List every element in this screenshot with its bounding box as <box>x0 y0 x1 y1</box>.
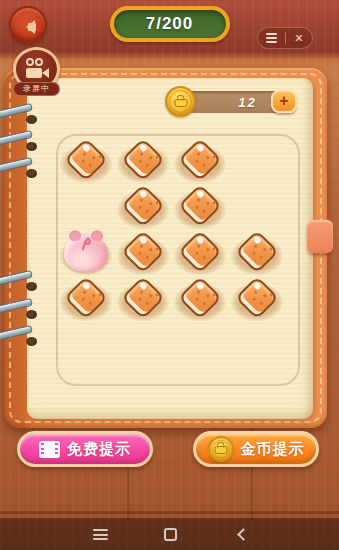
cell-r3c4[interactable] <box>228 230 285 276</box>
wood-seam <box>0 511 339 514</box>
spiral-ring <box>0 303 42 321</box>
notebook-strap <box>307 220 333 253</box>
coin-hint-button[interactable]: 金币提示 <box>193 431 319 467</box>
add-coins-button[interactable]: + <box>271 90 297 113</box>
progress-counter: 7/200 <box>110 6 230 42</box>
spiral-ring <box>0 275 42 293</box>
cell-r2c3[interactable] <box>171 184 228 230</box>
gold-coin-icon <box>208 436 234 462</box>
game-screen: 7/200 ✕ 录屏中 12 + 免费提示 金币提示 <box>0 0 339 550</box>
cell-r2c1 <box>57 184 114 230</box>
cell-r4c4[interactable] <box>228 276 285 322</box>
cell-r1c1[interactable] <box>57 138 114 184</box>
free-hint-label: 免费提示 <box>67 440 131 459</box>
cell-r1c2[interactable] <box>114 138 171 184</box>
puzzle-grid <box>57 138 285 322</box>
spiral-ring <box>0 135 42 153</box>
recent-apps-icon[interactable] <box>93 529 108 540</box>
free-hint-button[interactable]: 免费提示 <box>17 431 153 467</box>
more-menu-icon[interactable] <box>258 33 285 43</box>
home-icon[interactable] <box>164 528 177 541</box>
cell-r4c3[interactable] <box>171 276 228 322</box>
cell-r3c3[interactable] <box>171 230 228 276</box>
coin-count: 12 <box>238 95 256 110</box>
cell-r3c1 <box>57 230 114 276</box>
cell-r4c2[interactable] <box>114 276 171 322</box>
recording-label: 录屏中 <box>13 82 60 96</box>
back-button[interactable] <box>9 6 47 44</box>
spiral-ring <box>0 330 42 348</box>
cell-r1c4 <box>228 138 285 184</box>
spiral-ring <box>0 108 42 126</box>
cell-r3c2[interactable] <box>114 230 171 276</box>
cell-r4c1[interactable] <box>57 276 114 322</box>
spiral-ring <box>0 162 42 180</box>
cell-r2c2[interactable] <box>114 184 171 230</box>
back-arrow-icon-tail <box>28 23 36 31</box>
gold-coin-icon <box>165 86 196 117</box>
piggy <box>62 230 110 272</box>
miniprogram-window-controls: ✕ <box>257 27 313 49</box>
cell-r2c4 <box>228 184 285 230</box>
video-camera-icon <box>26 58 52 78</box>
cell-r1c3[interactable] <box>171 138 228 184</box>
progress-value: 7/200 <box>146 14 194 34</box>
coin-hint-label: 金币提示 <box>241 440 305 459</box>
ad-video-film-icon <box>39 441 60 458</box>
close-icon[interactable]: ✕ <box>286 28 313 48</box>
pig-tail-icon <box>75 235 97 251</box>
